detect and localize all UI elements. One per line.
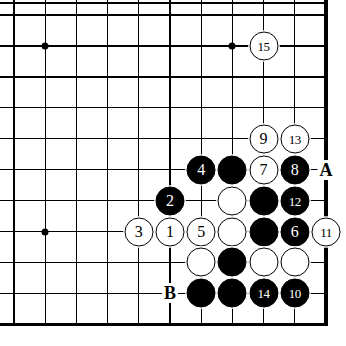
go-stone-white-9: 9 xyxy=(249,124,278,153)
go-stone-white-15: 15 xyxy=(249,31,278,60)
move-number: 14 xyxy=(258,287,270,300)
grid-line-horizontal xyxy=(0,107,328,108)
go-stone-black-plain xyxy=(218,279,247,308)
grid-line-vertical xyxy=(138,0,139,326)
grid-line-vertical xyxy=(13,0,14,326)
move-number: 7 xyxy=(260,162,268,178)
star-point xyxy=(42,42,49,49)
go-stone-white-7: 7 xyxy=(249,155,278,184)
move-number: 13 xyxy=(289,132,301,145)
go-stone-black-plain xyxy=(187,279,216,308)
grid-line-horizontal xyxy=(0,169,328,170)
go-board-diagram: 159134782123156111410AB xyxy=(0,0,346,346)
go-stone-black-10: 10 xyxy=(280,279,309,308)
go-stone-black-plain xyxy=(249,186,278,215)
move-number: 4 xyxy=(197,162,205,178)
go-stone-black-12: 12 xyxy=(280,186,309,215)
go-stone-white-plain xyxy=(187,248,216,277)
go-stone-white-11: 11 xyxy=(312,217,341,246)
go-stone-black-6: 6 xyxy=(280,217,309,246)
move-number: 3 xyxy=(135,224,143,240)
move-number: 8 xyxy=(291,162,299,178)
go-stone-black-plain xyxy=(218,155,247,184)
go-stone-white-plain xyxy=(280,248,309,277)
grid-line-horizontal xyxy=(0,262,328,263)
go-stone-black-plain xyxy=(218,248,247,277)
go-stone-white-plain xyxy=(218,186,247,215)
star-point xyxy=(229,42,236,49)
move-number: 6 xyxy=(291,224,299,240)
go-stone-black-14: 14 xyxy=(249,279,278,308)
go-stone-white-1: 1 xyxy=(156,217,185,246)
grid-line-horizontal xyxy=(0,76,328,77)
grid-line-vertical xyxy=(169,0,170,326)
point-label-A: A xyxy=(318,160,335,180)
bottom-crop-line xyxy=(0,323,328,327)
move-number: 10 xyxy=(289,287,301,300)
go-stone-white-5: 5 xyxy=(187,217,216,246)
move-number: 2 xyxy=(166,193,174,209)
go-stone-white-13: 13 xyxy=(280,124,309,153)
move-number: 5 xyxy=(197,224,205,240)
go-stone-white-plain xyxy=(218,217,247,246)
grid-line-horizontal xyxy=(0,45,328,46)
go-stone-black-8: 8 xyxy=(280,155,309,184)
grid-line-horizontal xyxy=(0,14,328,15)
top-crop-line xyxy=(0,2,328,3)
grid-line-vertical xyxy=(107,0,108,326)
move-number: 1 xyxy=(166,224,174,240)
move-number: 15 xyxy=(258,39,270,52)
go-stone-black-2: 2 xyxy=(156,186,185,215)
grid-line-horizontal xyxy=(0,138,328,139)
go-stone-white-3: 3 xyxy=(124,217,153,246)
star-point xyxy=(42,228,49,235)
move-number: 11 xyxy=(320,225,332,238)
move-number: 12 xyxy=(289,194,301,207)
point-label-B: B xyxy=(162,283,178,303)
go-stone-black-4: 4 xyxy=(187,155,216,184)
go-stone-white-plain xyxy=(249,248,278,277)
move-number: 9 xyxy=(260,131,268,147)
grid-line-vertical xyxy=(76,0,77,326)
go-stone-black-plain xyxy=(249,217,278,246)
